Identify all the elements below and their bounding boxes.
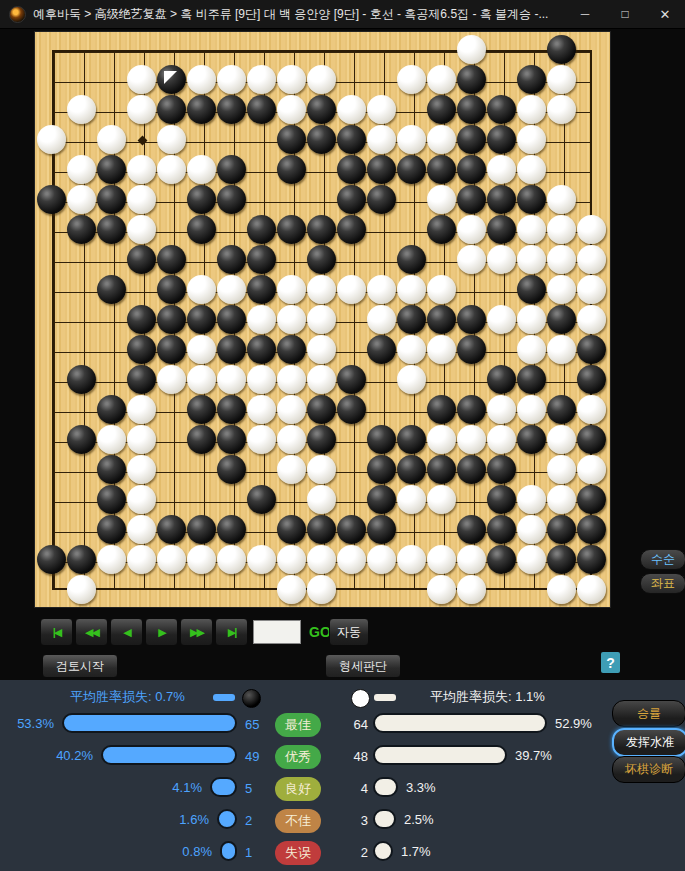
white-stone xyxy=(217,275,246,304)
white-stone xyxy=(337,545,366,574)
black-stone xyxy=(97,485,126,514)
black-stat-row: 53.3%65最佳 xyxy=(0,713,345,739)
white-stone xyxy=(307,455,336,484)
white-stone xyxy=(97,125,126,154)
white-stone xyxy=(127,395,156,424)
black-stone xyxy=(277,155,306,184)
white-stone xyxy=(397,365,426,394)
white-stone xyxy=(277,365,306,394)
black-stone xyxy=(547,395,576,424)
white-stone xyxy=(277,545,306,574)
minimize-button[interactable]: ─ xyxy=(565,0,605,28)
black-stone xyxy=(97,215,126,244)
black-stone xyxy=(457,305,486,334)
white-stone xyxy=(547,455,576,484)
black-stone xyxy=(187,185,216,214)
white-stone xyxy=(247,365,276,394)
white-stone xyxy=(487,395,516,424)
black-stone xyxy=(217,335,246,364)
black-stone xyxy=(187,395,216,424)
black-stone xyxy=(367,155,396,184)
white-stat-row: 32.5% xyxy=(345,809,610,835)
black-stat-row: 40.2%49优秀 xyxy=(0,745,345,771)
white-stone xyxy=(247,65,276,94)
black-stone xyxy=(397,425,426,454)
white-loss-percent: 3.3% xyxy=(406,780,436,795)
black-move-count: 65 xyxy=(245,717,259,732)
black-stone xyxy=(247,335,276,364)
white-stone xyxy=(517,485,546,514)
white-stat-row: 4839.7% xyxy=(345,745,610,771)
white-stone xyxy=(487,245,516,274)
white-stone xyxy=(487,155,516,184)
black-stone xyxy=(457,335,486,364)
black-stone xyxy=(217,245,246,274)
white-stone xyxy=(127,215,156,244)
white-stone xyxy=(427,65,456,94)
white-loss-percent: 52.9% xyxy=(555,716,592,731)
black-stone xyxy=(127,335,156,364)
black-stone xyxy=(487,185,516,214)
black-stone xyxy=(457,185,486,214)
white-stone xyxy=(547,335,576,364)
black-stone xyxy=(97,275,126,304)
black-stone xyxy=(547,545,576,574)
black-stone xyxy=(457,95,486,124)
black-avg-loss-header: 平均胜率损失: 0.7% xyxy=(70,688,185,706)
last-move-marker-icon xyxy=(164,71,177,84)
black-stat-row: 4.1%5良好 xyxy=(0,777,345,803)
white-stone xyxy=(547,65,576,94)
black-stone xyxy=(397,455,426,484)
white-stone xyxy=(247,425,276,454)
white-stone xyxy=(397,335,426,364)
black-move-count: 49 xyxy=(245,749,259,764)
help-icon[interactable]: ? xyxy=(601,652,620,673)
black-stone xyxy=(157,275,186,304)
white-stone xyxy=(397,125,426,154)
black-loss-percent: 0.8% xyxy=(182,844,212,859)
black-stone xyxy=(217,455,246,484)
white-stone xyxy=(277,395,306,424)
white-stone xyxy=(367,305,396,334)
white-loss-percent: 1.7% xyxy=(401,844,431,859)
black-stone xyxy=(187,95,216,124)
white-stone xyxy=(367,95,396,124)
black-stone xyxy=(217,155,246,184)
analysis-button[interactable]: 坏棋诊断 xyxy=(612,756,685,783)
white-stone xyxy=(517,155,546,184)
black-stone xyxy=(517,185,546,214)
quality-label-button[interactable]: 失误 xyxy=(275,841,321,865)
white-stone xyxy=(457,245,486,274)
white-stone xyxy=(187,155,216,184)
black-stone xyxy=(97,515,126,544)
auto-button[interactable]: 자동 xyxy=(329,618,369,646)
white-stone xyxy=(187,65,216,94)
white-stone xyxy=(517,245,546,274)
white-stone xyxy=(577,455,606,484)
black-stone xyxy=(67,365,96,394)
white-stone xyxy=(517,335,546,364)
black-stone xyxy=(487,485,516,514)
black-stone xyxy=(547,35,576,64)
black-stone xyxy=(97,395,126,424)
white-stone xyxy=(307,575,336,604)
white-stone xyxy=(547,425,576,454)
black-loss-percent: 1.6% xyxy=(179,812,209,827)
black-stone xyxy=(577,425,606,454)
white-stone xyxy=(517,395,546,424)
black-stone xyxy=(277,335,306,364)
nav-last-button[interactable]: ▶| xyxy=(215,618,248,646)
white-stone xyxy=(127,455,156,484)
black-stone xyxy=(427,155,456,184)
black-stone xyxy=(517,365,546,394)
black-move-count: 1 xyxy=(245,845,252,860)
white-stone xyxy=(217,65,246,94)
black-stone xyxy=(97,185,126,214)
white-stone xyxy=(247,305,276,334)
black-stone xyxy=(247,485,276,514)
black-stone xyxy=(217,95,246,124)
black-stone xyxy=(517,275,546,304)
black-stone xyxy=(217,395,246,424)
nav-first-button[interactable]: |◀ xyxy=(40,618,73,646)
white-stone xyxy=(427,485,456,514)
black-stone xyxy=(307,425,336,454)
white-stone xyxy=(367,125,396,154)
black-stone xyxy=(127,305,156,334)
white-stone xyxy=(97,425,126,454)
white-stone xyxy=(307,365,336,394)
go-board[interactable] xyxy=(35,32,610,607)
black-stone xyxy=(397,155,426,184)
white-stone xyxy=(127,515,156,544)
white-stone xyxy=(217,365,246,394)
black-stone-icon xyxy=(242,689,261,708)
black-stone xyxy=(457,455,486,484)
nav-fast-forward-button[interactable]: ▶▶ xyxy=(180,618,213,646)
nav-controls: |◀ ◀◀ ◀ ▶ ▶▶ ▶| GO xyxy=(40,618,337,646)
white-stone xyxy=(307,335,336,364)
white-stone xyxy=(247,545,276,574)
white-stone xyxy=(337,95,366,124)
coordinates-button[interactable]: 좌표 xyxy=(640,573,685,594)
quality-label-button[interactable]: 最佳 xyxy=(275,713,321,737)
black-loss-percent: 53.3% xyxy=(17,716,54,731)
black-stone xyxy=(487,515,516,544)
black-stone xyxy=(487,215,516,244)
move-order-button[interactable]: 수순 xyxy=(640,549,685,570)
black-stone xyxy=(427,455,456,484)
black-stone xyxy=(457,395,486,424)
black-stone xyxy=(577,485,606,514)
black-stone xyxy=(67,215,96,244)
black-stone xyxy=(577,515,606,544)
white-stat-row: 6452.9% xyxy=(345,713,610,739)
white-stone xyxy=(367,275,396,304)
black-stone xyxy=(367,455,396,484)
nav-fast-back-button[interactable]: ◀◀ xyxy=(75,618,108,646)
black-stone xyxy=(457,125,486,154)
white-stone xyxy=(277,95,306,124)
black-stone xyxy=(247,215,276,244)
white-stone xyxy=(427,275,456,304)
white-stone xyxy=(577,275,606,304)
black-stone xyxy=(157,65,186,94)
black-stone xyxy=(577,335,606,364)
black-stone xyxy=(217,425,246,454)
black-stone xyxy=(577,365,606,394)
white-stone xyxy=(187,275,216,304)
black-stone xyxy=(157,335,186,364)
black-stone xyxy=(157,245,186,274)
black-stone xyxy=(427,395,456,424)
white-stone xyxy=(547,275,576,304)
black-stone xyxy=(367,515,396,544)
white-stone xyxy=(547,575,576,604)
white-stone xyxy=(367,545,396,574)
black-stone xyxy=(307,215,336,244)
nav-back-button[interactable]: ◀ xyxy=(110,618,143,646)
black-stone xyxy=(577,545,606,574)
close-button[interactable]: ✕ xyxy=(645,0,685,28)
black-stat-bar xyxy=(62,713,237,733)
black-stone xyxy=(397,305,426,334)
black-stone xyxy=(217,305,246,334)
white-stone xyxy=(457,35,486,64)
white-stat-row: 21.7% xyxy=(345,841,610,867)
black-stone xyxy=(37,545,66,574)
black-stone xyxy=(37,185,66,214)
white-stone xyxy=(487,305,516,334)
white-stone xyxy=(307,305,336,334)
white-stone xyxy=(127,65,156,94)
white-stone xyxy=(127,425,156,454)
white-stone xyxy=(307,485,336,514)
black-stone xyxy=(337,215,366,244)
white-stat-bar xyxy=(373,841,393,861)
black-stone xyxy=(487,95,516,124)
white-stone xyxy=(517,545,546,574)
black-bar-legend-icon xyxy=(213,694,235,701)
nav-forward-button[interactable]: ▶ xyxy=(145,618,178,646)
white-stone xyxy=(577,245,606,274)
black-stone xyxy=(367,335,396,364)
white-stone xyxy=(547,95,576,124)
stats-panel: 平均胜率损失: 0.7% 平均胜率损失: 1.1% 53.3%65最佳40.2%… xyxy=(0,680,685,871)
black-move-count: 5 xyxy=(245,781,252,796)
black-stone xyxy=(187,215,216,244)
white-stone xyxy=(427,185,456,214)
black-stone xyxy=(367,185,396,214)
white-stone xyxy=(67,95,96,124)
white-stone xyxy=(157,365,186,394)
black-stone xyxy=(157,515,186,544)
white-stone xyxy=(457,545,486,574)
white-stat-bar xyxy=(373,745,507,765)
white-stone xyxy=(457,215,486,244)
white-stone xyxy=(397,275,426,304)
white-stone xyxy=(67,155,96,184)
white-bar-legend-icon xyxy=(374,694,396,701)
white-stone xyxy=(517,125,546,154)
white-stone xyxy=(67,575,96,604)
white-move-count: 48 xyxy=(345,749,368,764)
black-stone xyxy=(337,515,366,544)
white-stone xyxy=(337,275,366,304)
black-stone xyxy=(187,515,216,544)
white-stone xyxy=(517,305,546,334)
white-stone xyxy=(577,575,606,604)
analysis-button[interactable]: 发挥水准 xyxy=(612,728,685,757)
white-stone-icon xyxy=(351,689,370,708)
white-stone xyxy=(307,275,336,304)
position-judge-button[interactable]: 형세판단 xyxy=(325,654,401,678)
black-stone xyxy=(97,455,126,484)
white-stone xyxy=(217,545,246,574)
black-stone xyxy=(247,95,276,124)
white-stone xyxy=(37,125,66,154)
white-avg-loss-header: 平均胜率损失: 1.1% xyxy=(430,688,545,706)
black-stone xyxy=(517,425,546,454)
white-stone xyxy=(397,65,426,94)
white-stone xyxy=(277,455,306,484)
black-stone xyxy=(337,365,366,394)
white-stat-row: 43.3% xyxy=(345,777,610,803)
black-stat-bar xyxy=(217,809,237,829)
black-stone xyxy=(487,125,516,154)
black-stone xyxy=(487,545,516,574)
white-stat-bar xyxy=(373,777,398,797)
move-number-input[interactable] xyxy=(253,620,301,644)
black-stat-bar xyxy=(101,745,237,765)
white-move-count: 3 xyxy=(345,813,368,828)
white-stone xyxy=(277,275,306,304)
black-stone xyxy=(457,515,486,544)
maximize-button[interactable]: □ xyxy=(605,0,645,28)
black-stone xyxy=(187,425,216,454)
white-stone xyxy=(277,65,306,94)
white-stone xyxy=(97,545,126,574)
black-stat-bar xyxy=(210,777,237,797)
white-stone xyxy=(127,485,156,514)
black-stone xyxy=(157,305,186,334)
white-loss-percent: 39.7% xyxy=(515,748,552,763)
quality-label-button[interactable]: 不佳 xyxy=(275,809,321,833)
white-stone xyxy=(157,545,186,574)
black-stone xyxy=(307,245,336,274)
start-review-button[interactable]: 검토시작 xyxy=(42,654,118,678)
titlebar: 예후바둑 > 高级绝艺复盘 > 흑 비주류 [9단] 대 백 응안양 [9단] … xyxy=(0,0,685,29)
white-stone xyxy=(427,545,456,574)
black-stone xyxy=(367,485,396,514)
black-stone xyxy=(547,305,576,334)
white-stone xyxy=(457,425,486,454)
black-stat-row: 0.8%1失误 xyxy=(0,841,345,867)
black-stat-row: 1.6%2不佳 xyxy=(0,809,345,835)
white-stone xyxy=(547,485,576,514)
white-stone xyxy=(427,335,456,364)
black-stone xyxy=(187,305,216,334)
black-stone xyxy=(517,65,546,94)
black-stone xyxy=(217,515,246,544)
white-stone xyxy=(127,545,156,574)
black-stone xyxy=(337,395,366,424)
black-stone xyxy=(307,95,336,124)
board-stones xyxy=(37,35,607,605)
black-stat-bar xyxy=(220,841,237,861)
black-stone xyxy=(307,125,336,154)
black-stone xyxy=(247,275,276,304)
white-stone xyxy=(427,125,456,154)
white-stone xyxy=(487,425,516,454)
white-stone xyxy=(127,95,156,124)
black-stone xyxy=(307,515,336,544)
white-stone xyxy=(157,125,186,154)
black-stone xyxy=(217,185,246,214)
black-stone xyxy=(247,245,276,274)
white-loss-percent: 2.5% xyxy=(404,812,434,827)
white-stone xyxy=(427,425,456,454)
white-stone xyxy=(187,365,216,394)
white-stone xyxy=(277,575,306,604)
white-stone xyxy=(547,215,576,244)
quality-label-button[interactable]: 良好 xyxy=(275,777,321,801)
white-stone xyxy=(157,155,186,184)
black-stone xyxy=(307,395,336,424)
white-stone xyxy=(307,545,336,574)
black-stone xyxy=(97,155,126,184)
white-stone xyxy=(517,215,546,244)
white-stone xyxy=(187,335,216,364)
black-stone xyxy=(277,215,306,244)
white-move-count: 2 xyxy=(345,845,368,860)
black-stone xyxy=(457,65,486,94)
white-move-count: 64 xyxy=(345,717,368,732)
black-stone xyxy=(487,365,516,394)
white-stone xyxy=(127,185,156,214)
black-stone xyxy=(67,425,96,454)
white-stone xyxy=(547,185,576,214)
white-stone xyxy=(187,545,216,574)
white-stone xyxy=(67,185,96,214)
white-stone xyxy=(127,155,156,184)
white-move-count: 4 xyxy=(345,781,368,796)
app-logo-icon xyxy=(9,6,26,23)
white-stone xyxy=(397,545,426,574)
white-stone xyxy=(577,395,606,424)
black-stone xyxy=(427,305,456,334)
white-stone xyxy=(427,575,456,604)
white-stone xyxy=(577,305,606,334)
black-stone xyxy=(547,515,576,544)
white-stone xyxy=(277,305,306,334)
black-stone xyxy=(127,365,156,394)
black-stone xyxy=(367,425,396,454)
black-stone xyxy=(337,125,366,154)
black-stone xyxy=(277,125,306,154)
black-stone xyxy=(397,245,426,274)
quality-label-button[interactable]: 优秀 xyxy=(275,745,321,769)
analysis-button[interactable]: 승률 xyxy=(612,700,685,727)
black-stone xyxy=(427,95,456,124)
black-stone xyxy=(67,545,96,574)
black-stone xyxy=(337,185,366,214)
black-stone xyxy=(157,95,186,124)
white-stone xyxy=(307,65,336,94)
